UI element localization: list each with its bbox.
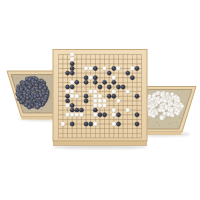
board-front-edge: [53, 141, 146, 146]
go-set-product-photo: [0, 0, 200, 200]
scene-canvas: [0, 0, 200, 200]
go-board: [53, 50, 148, 149]
